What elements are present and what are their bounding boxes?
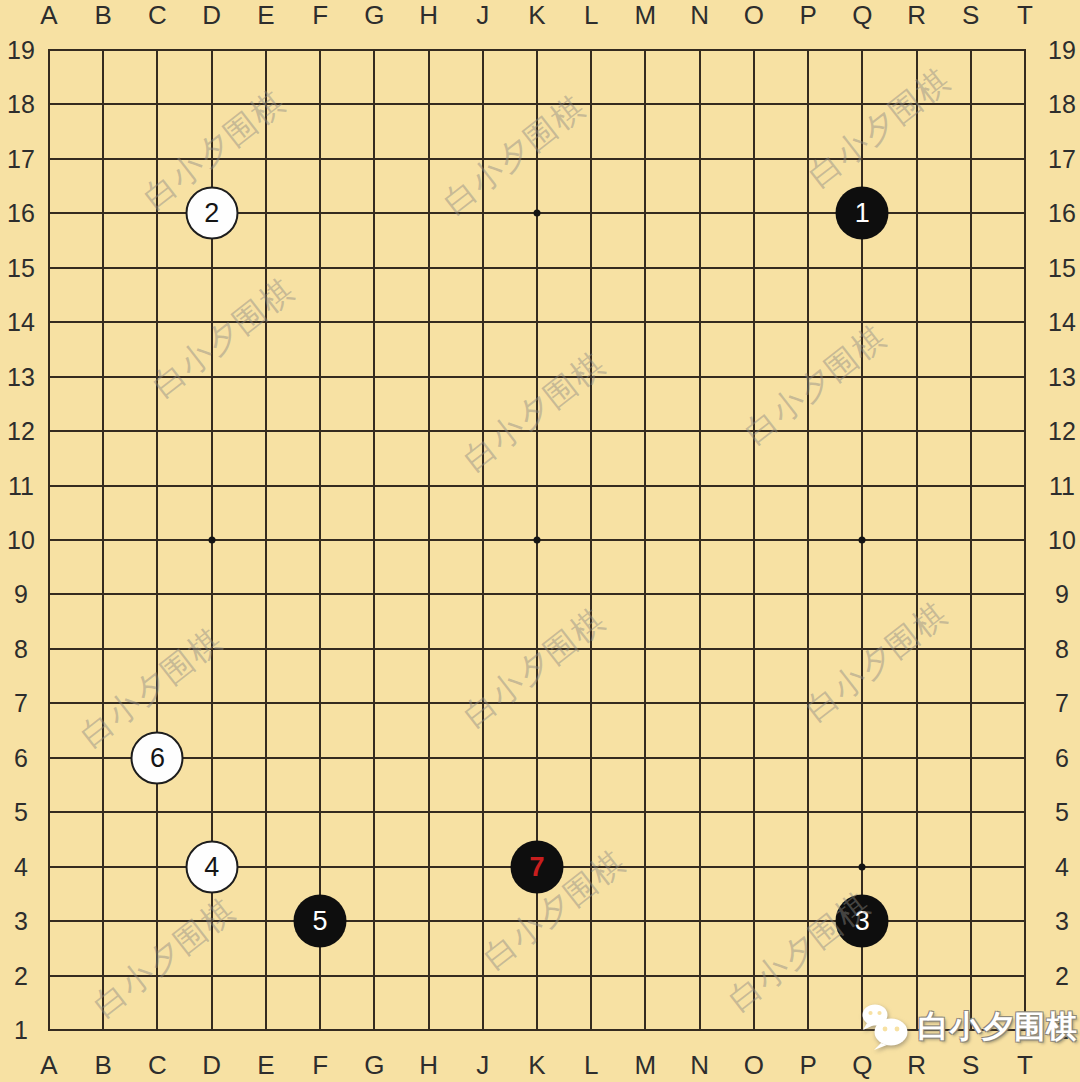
stone-number: 6	[150, 744, 165, 771]
coord-label-bottom-L: L	[584, 1050, 598, 1081]
coord-label-left-12: 12	[7, 417, 35, 446]
grid-line-h-5	[48, 811, 1026, 813]
grid-line-v-N	[699, 49, 701, 1031]
coord-label-bottom-Q: Q	[852, 1050, 872, 1081]
stone-white-6-C6: 6	[131, 731, 184, 784]
stone-number: 4	[204, 853, 219, 880]
coord-label-bottom-A: A	[40, 1050, 57, 1081]
grid-line-v-M	[644, 49, 646, 1031]
grid-line-v-R	[916, 49, 918, 1031]
stone-white-2-D16: 2	[185, 187, 238, 240]
coord-label-bottom-O: O	[744, 1050, 764, 1081]
coord-label-bottom-S: S	[962, 1050, 979, 1081]
coord-label-right-9: 9	[1055, 580, 1069, 609]
coord-label-bottom-N: N	[690, 1050, 709, 1081]
coord-label-right-4: 4	[1055, 852, 1069, 881]
coord-label-top-H: H	[419, 0, 438, 31]
coord-label-bottom-B: B	[95, 1050, 112, 1081]
grid-line-v-P	[807, 49, 809, 1031]
coord-label-top-G: G	[364, 0, 384, 31]
coord-label-right-6: 6	[1055, 743, 1069, 772]
coord-label-right-11: 11	[1049, 471, 1075, 500]
coord-label-bottom-P: P	[799, 1050, 816, 1081]
coord-label-right-5: 5	[1055, 798, 1069, 827]
coord-label-top-B: B	[95, 0, 112, 31]
coord-label-bottom-F: F	[312, 1050, 328, 1081]
coord-label-left-6: 6	[14, 743, 28, 772]
coord-label-left-11: 11	[8, 471, 34, 500]
watermark-text: 白小夕围棋	[84, 888, 245, 1027]
coord-label-left-3: 3	[14, 907, 28, 936]
watermark-text: 白小夕围棋	[799, 58, 960, 197]
coord-label-top-Q: Q	[852, 0, 872, 31]
grid-line-h-8	[48, 648, 1026, 650]
coord-label-bottom-D: D	[202, 1050, 221, 1081]
coord-label-top-A: A	[40, 0, 57, 31]
coord-label-right-13: 13	[1048, 362, 1076, 391]
coord-label-bottom-R: R	[907, 1050, 926, 1081]
stone-black-5-F3: 5	[294, 895, 347, 948]
star-point-Q4	[859, 863, 866, 870]
go-board-diagram: AABBCCDDEEFFGGHHJJKKLLMMNNOOPPQQRRSSTT19…	[0, 0, 1080, 1082]
watermark-text: 白小夕围棋	[796, 592, 957, 731]
stone-number: 5	[313, 908, 328, 935]
coord-label-top-N: N	[690, 0, 709, 31]
coord-label-top-M: M	[635, 0, 657, 31]
coord-label-left-9: 9	[14, 580, 28, 609]
coord-label-top-P: P	[799, 0, 816, 31]
coord-label-bottom-T: T	[1017, 1050, 1033, 1081]
coord-label-top-R: R	[907, 0, 926, 31]
coord-label-right-12: 12	[1048, 417, 1076, 446]
watermark-text: 白小夕围棋	[143, 268, 304, 407]
grid-line-v-L	[590, 49, 592, 1031]
brand-name: 白小夕围棋	[918, 1006, 1078, 1048]
stone-number: 1	[855, 200, 870, 227]
coord-label-left-2: 2	[14, 961, 28, 990]
coord-label-top-D: D	[202, 0, 221, 31]
coord-label-left-8: 8	[14, 634, 28, 663]
stone-black-1-Q16: 1	[836, 187, 889, 240]
coord-label-left-17: 17	[7, 144, 35, 173]
coord-label-left-5: 5	[14, 798, 28, 827]
coord-label-left-18: 18	[7, 90, 35, 119]
coord-label-left-1: 1	[14, 1015, 28, 1044]
stone-white-4-D4: 4	[185, 840, 238, 893]
grid-line-v-O	[753, 49, 755, 1031]
grid-line-h-7	[48, 702, 1026, 704]
coord-label-right-18: 18	[1048, 90, 1076, 119]
coord-label-right-19: 19	[1048, 36, 1076, 65]
coord-label-left-13: 13	[7, 362, 35, 391]
coord-label-top-C: C	[148, 0, 167, 31]
stone-black-7-K4: 7	[510, 840, 563, 893]
stone-black-3-Q3: 3	[836, 895, 889, 948]
watermark-text: 白小夕围棋	[735, 315, 896, 454]
coord-label-left-4: 4	[14, 852, 28, 881]
coord-label-right-16: 16	[1048, 199, 1076, 228]
grid-line-h-2	[48, 975, 1026, 977]
stone-number: 7	[529, 853, 544, 880]
star-point-Q10	[859, 536, 866, 543]
coord-label-right-14: 14	[1048, 308, 1076, 337]
coord-label-top-J: J	[476, 0, 489, 31]
coord-label-top-T: T	[1017, 0, 1033, 31]
coord-label-left-10: 10	[7, 525, 35, 554]
grid-line-v-T	[1024, 49, 1026, 1031]
coord-label-top-S: S	[962, 0, 979, 31]
coord-label-left-7: 7	[14, 689, 28, 718]
star-point-D10	[208, 536, 215, 543]
coord-label-left-14: 14	[7, 308, 35, 337]
coord-label-bottom-H: H	[419, 1050, 438, 1081]
grid-line-h-6	[48, 757, 1026, 759]
coord-label-right-2: 2	[1055, 961, 1069, 990]
coord-label-top-K: K	[528, 0, 545, 31]
coord-label-bottom-M: M	[635, 1050, 657, 1081]
coord-label-right-7: 7	[1055, 689, 1069, 718]
watermark-text: 白小夕围棋	[434, 85, 595, 224]
coord-label-right-8: 8	[1055, 634, 1069, 663]
coord-label-right-10: 10	[1048, 525, 1076, 554]
coord-label-right-15: 15	[1048, 253, 1076, 282]
coord-label-bottom-C: C	[148, 1050, 167, 1081]
coord-label-right-3: 3	[1055, 907, 1069, 936]
star-point-K10	[533, 536, 540, 543]
coord-label-top-L: L	[584, 0, 598, 31]
coord-label-top-E: E	[257, 0, 274, 31]
coord-label-left-16: 16	[7, 199, 35, 228]
wechat-icon	[860, 1002, 912, 1052]
coord-label-left-19: 19	[7, 36, 35, 65]
brand-logo: 白小夕围棋	[860, 1002, 1078, 1052]
coord-label-bottom-J: J	[476, 1050, 489, 1081]
grid-line-h-9	[48, 593, 1026, 595]
star-point-K16	[533, 210, 540, 217]
coord-label-top-O: O	[744, 0, 764, 31]
coord-label-top-F: F	[312, 0, 328, 31]
coord-label-left-15: 15	[7, 253, 35, 282]
coord-label-bottom-G: G	[364, 1050, 384, 1081]
coord-label-bottom-E: E	[257, 1050, 274, 1081]
grid-line-v-S	[970, 49, 972, 1031]
coord-label-right-17: 17	[1048, 144, 1076, 173]
stone-number: 3	[855, 908, 870, 935]
coord-label-bottom-K: K	[528, 1050, 545, 1081]
stone-number: 2	[204, 200, 219, 227]
